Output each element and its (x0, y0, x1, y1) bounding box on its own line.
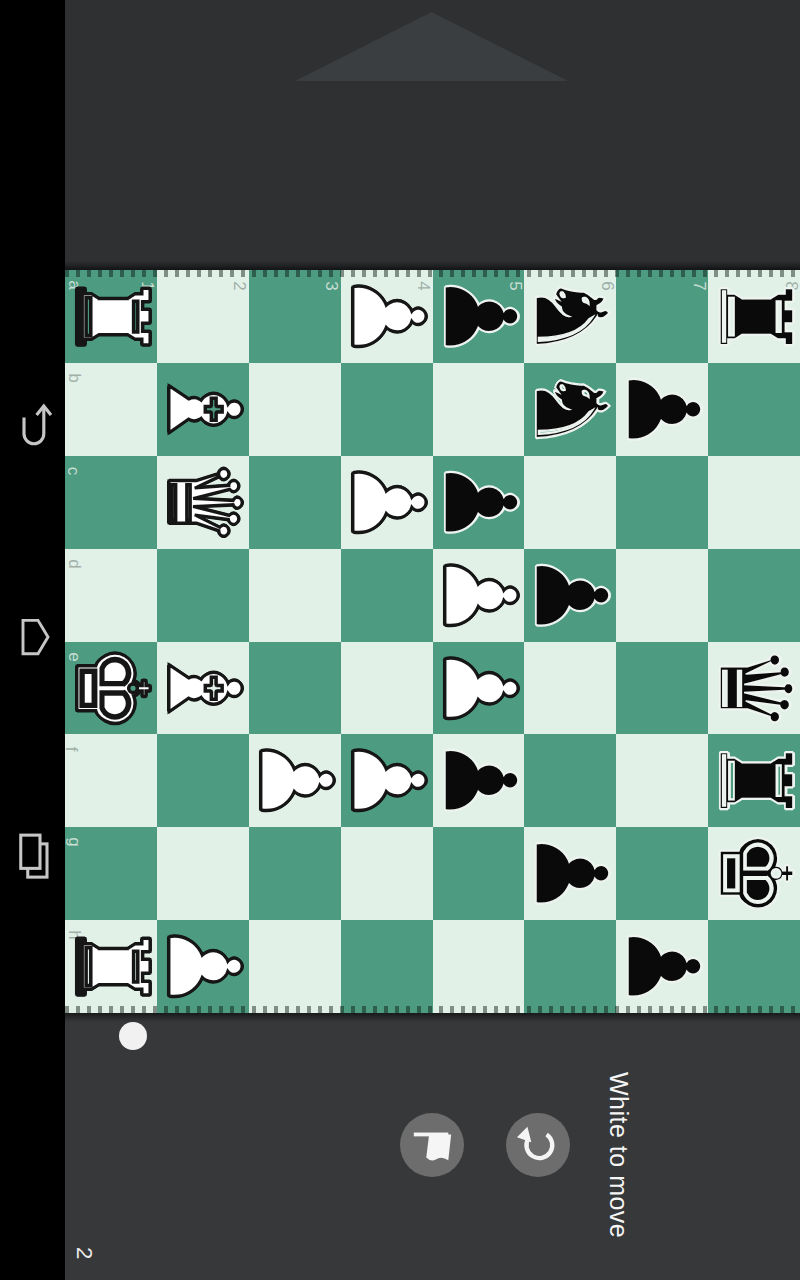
square-f7[interactable] (616, 734, 708, 827)
square-f8[interactable]: ♜ (708, 734, 800, 827)
square-d6[interactable]: ♟ (524, 549, 616, 642)
square-f6[interactable] (524, 734, 616, 827)
square-b4[interactable] (341, 363, 433, 456)
square-h1[interactable]: h♜ (65, 920, 157, 1013)
square-b3[interactable] (249, 363, 341, 456)
square-a1[interactable]: a1♜ (65, 270, 157, 363)
black-queen[interactable]: ♛ (708, 642, 800, 734)
copy-icon (12, 829, 54, 885)
square-h4[interactable] (341, 920, 433, 1013)
square-e6[interactable] (524, 642, 616, 735)
square-e5[interactable]: ♟ (433, 642, 525, 735)
file-label: b (64, 373, 84, 382)
square-d7[interactable] (616, 549, 708, 642)
square-c6[interactable] (524, 456, 616, 549)
square-b7[interactable]: ♟ (616, 363, 708, 456)
square-h5[interactable] (433, 920, 525, 1013)
square-e8[interactable]: ♛ (708, 642, 800, 735)
square-f4[interactable]: ♟ (341, 734, 433, 827)
square-g2[interactable] (157, 827, 249, 920)
square-a6[interactable]: 6♞ (524, 270, 616, 363)
chess-board: a1♜234♟5♟6♞78♜b♝♞♟c♛♟♟d♟♟e♚♝♟♛f♟♟♟♜g♟♚h♜… (65, 270, 800, 1013)
square-g5[interactable] (433, 827, 525, 920)
square-c8[interactable] (708, 456, 800, 549)
square-a3[interactable]: 3 (249, 270, 341, 363)
file-label: f (61, 747, 81, 752)
undo-u-turn-arrow-icon (11, 396, 55, 450)
white-bishop[interactable]: ♝ (156, 363, 249, 455)
undo-button[interactable] (8, 392, 58, 454)
black-pawn[interactable]: ♟ (616, 921, 709, 1013)
square-g7[interactable] (616, 827, 708, 920)
restart-button[interactable] (506, 1113, 570, 1177)
square-e7[interactable] (616, 642, 708, 735)
square-c7[interactable] (616, 456, 708, 549)
white-pawn[interactable]: ♟ (340, 735, 433, 827)
file-label: c (63, 467, 83, 476)
square-b5[interactable] (433, 363, 525, 456)
square-b8[interactable] (708, 363, 800, 456)
square-d5[interactable]: ♟ (433, 549, 525, 642)
white-pawn[interactable]: ♟ (340, 456, 433, 548)
square-a5[interactable]: 5♟ (433, 270, 525, 363)
tag-button[interactable] (8, 606, 58, 668)
square-a2[interactable]: 2 (157, 270, 249, 363)
square-h3[interactable] (249, 920, 341, 1013)
black-knight[interactable]: ♞ (524, 271, 617, 363)
square-f3[interactable]: ♟ (249, 734, 341, 827)
square-b1[interactable]: b (65, 363, 157, 456)
square-e1[interactable]: e♚ (65, 642, 157, 735)
rank-label: 2 (229, 281, 249, 290)
file-label: g (64, 838, 84, 847)
black-pawn[interactable]: ♟ (524, 828, 617, 920)
flag-button[interactable] (400, 1113, 464, 1177)
square-c1[interactable]: c (65, 456, 157, 549)
square-h2[interactable]: ♟ (157, 920, 249, 1013)
tag-icon (13, 612, 53, 662)
black-pawn[interactable]: ♟ (432, 271, 525, 363)
black-pawn[interactable]: ♟ (616, 363, 709, 455)
white-pawn[interactable]: ♟ (432, 549, 525, 641)
square-f1[interactable]: f (65, 734, 157, 827)
white-bishop[interactable]: ♝ (156, 642, 249, 734)
square-h6[interactable] (524, 920, 616, 1013)
page-number-label: 2 (71, 1247, 97, 1259)
square-c2[interactable]: ♛ (157, 456, 249, 549)
flag-icon (409, 1122, 455, 1168)
square-g4[interactable] (341, 827, 433, 920)
status-text: White to move (604, 1072, 633, 1272)
black-king[interactable]: ♚ (708, 828, 800, 920)
square-b2[interactable]: ♝ (157, 363, 249, 456)
white-queen[interactable]: ♛ (156, 456, 249, 548)
black-pawn[interactable]: ♟ (432, 456, 525, 548)
toolbar-sidebar (0, 0, 65, 1280)
white-rook[interactable]: ♜ (65, 921, 158, 1013)
white-rook[interactable]: ♜ (65, 271, 158, 363)
square-c4[interactable]: ♟ (341, 456, 433, 549)
white-pawn[interactable]: ♟ (340, 271, 433, 363)
square-a7[interactable]: 7 (616, 270, 708, 363)
square-h7[interactable]: ♟ (616, 920, 708, 1013)
black-pawn[interactable]: ♟ (524, 549, 617, 641)
white-pawn[interactable]: ♟ (248, 735, 341, 827)
square-h8[interactable] (708, 920, 800, 1013)
square-f2[interactable] (157, 734, 249, 827)
square-g1[interactable]: g (65, 827, 157, 920)
square-a4[interactable]: 4♟ (341, 270, 433, 363)
square-e3[interactable] (249, 642, 341, 735)
black-pawn[interactable]: ♟ (432, 735, 525, 827)
page-indicator-dot (119, 1022, 147, 1050)
restart-icon (515, 1122, 561, 1168)
square-c5[interactable]: ♟ (433, 456, 525, 549)
square-d8[interactable] (708, 549, 800, 642)
black-rook[interactable]: ♜ (708, 735, 800, 827)
black-rook[interactable]: ♜ (708, 271, 800, 363)
square-d2[interactable] (157, 549, 249, 642)
white-king[interactable]: ♚ (65, 642, 158, 734)
black-knight[interactable]: ♞ (524, 363, 617, 455)
file-label: d (64, 559, 84, 568)
square-e2[interactable]: ♝ (157, 642, 249, 735)
copy-button[interactable] (8, 826, 58, 888)
square-d3[interactable] (249, 549, 341, 642)
square-g3[interactable] (249, 827, 341, 920)
white-pawn[interactable]: ♟ (156, 921, 249, 1013)
square-a8[interactable]: 8♜ (708, 270, 800, 363)
square-g6[interactable]: ♟ (524, 827, 616, 920)
square-e4[interactable] (341, 642, 433, 735)
square-b6[interactable]: ♞ (524, 363, 616, 456)
square-g8[interactable]: ♚ (708, 827, 800, 920)
square-f5[interactable]: ♟ (433, 734, 525, 827)
square-d1[interactable]: d (65, 549, 157, 642)
square-c3[interactable] (249, 456, 341, 549)
square-d4[interactable] (341, 549, 433, 642)
white-pawn[interactable]: ♟ (432, 642, 525, 734)
